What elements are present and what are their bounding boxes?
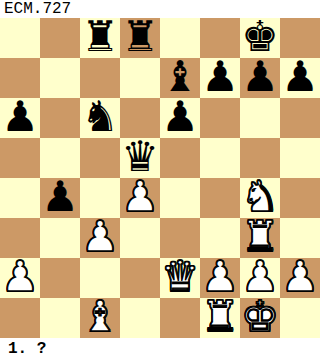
white-pawn[interactable]: ♟ bbox=[81, 217, 119, 257]
square-d7[interactable] bbox=[120, 58, 160, 98]
square-a4[interactable] bbox=[0, 178, 40, 218]
white-rook[interactable]: ♜ bbox=[241, 217, 279, 257]
page-title: ECM.727 bbox=[4, 0, 71, 18]
square-b8[interactable] bbox=[40, 18, 80, 58]
black-pawn[interactable]: ♟ bbox=[1, 97, 39, 137]
square-a6[interactable]: ♟ bbox=[0, 98, 40, 138]
square-d1[interactable] bbox=[120, 298, 160, 338]
square-h5[interactable] bbox=[280, 138, 320, 178]
square-g7[interactable]: ♟ bbox=[240, 58, 280, 98]
white-king[interactable]: ♚ bbox=[241, 297, 279, 337]
white-pawn[interactable]: ♟ bbox=[201, 257, 239, 297]
square-h6[interactable] bbox=[280, 98, 320, 138]
square-d4[interactable]: ♟ bbox=[120, 178, 160, 218]
chess-board: ♜♜♚♝♟♟♟♟♞♟♛♟♟♞♟♜♟♛♟♟♟♝♜♚ bbox=[0, 18, 320, 338]
square-a5[interactable] bbox=[0, 138, 40, 178]
white-pawn[interactable]: ♟ bbox=[121, 177, 159, 217]
square-b4[interactable]: ♟ bbox=[40, 178, 80, 218]
square-b2[interactable] bbox=[40, 258, 80, 298]
black-rook[interactable]: ♜ bbox=[81, 17, 119, 57]
square-c8[interactable]: ♜ bbox=[80, 18, 120, 58]
square-e5[interactable] bbox=[160, 138, 200, 178]
square-c5[interactable] bbox=[80, 138, 120, 178]
square-f5[interactable] bbox=[200, 138, 240, 178]
move-prompt: 1. ? bbox=[8, 340, 46, 360]
square-h7[interactable]: ♟ bbox=[280, 58, 320, 98]
black-knight[interactable]: ♞ bbox=[81, 97, 119, 137]
black-pawn[interactable]: ♟ bbox=[161, 97, 199, 137]
square-a8[interactable] bbox=[0, 18, 40, 58]
square-h2[interactable]: ♟ bbox=[280, 258, 320, 298]
black-pawn[interactable]: ♟ bbox=[201, 57, 239, 97]
chess-diagram-screen: ECM.727 ♜♜♚♝♟♟♟♟♞♟♛♟♟♞♟♜♟♛♟♟♟♝♜♚ 1. ? bbox=[0, 0, 320, 360]
black-pawn[interactable]: ♟ bbox=[241, 57, 279, 97]
white-bishop[interactable]: ♝ bbox=[81, 297, 119, 337]
square-e6[interactable]: ♟ bbox=[160, 98, 200, 138]
white-pawn[interactable]: ♟ bbox=[1, 257, 39, 297]
black-rook[interactable]: ♜ bbox=[121, 17, 159, 57]
square-g6[interactable] bbox=[240, 98, 280, 138]
square-d3[interactable] bbox=[120, 218, 160, 258]
white-pawn[interactable]: ♟ bbox=[241, 257, 279, 297]
square-b1[interactable] bbox=[40, 298, 80, 338]
square-g1[interactable]: ♚ bbox=[240, 298, 280, 338]
square-d8[interactable]: ♜ bbox=[120, 18, 160, 58]
square-e1[interactable] bbox=[160, 298, 200, 338]
white-pawn[interactable]: ♟ bbox=[281, 257, 319, 297]
square-f4[interactable] bbox=[200, 178, 240, 218]
black-pawn[interactable]: ♟ bbox=[281, 57, 319, 97]
square-h1[interactable] bbox=[280, 298, 320, 338]
black-pawn[interactable]: ♟ bbox=[41, 177, 79, 217]
square-c6[interactable]: ♞ bbox=[80, 98, 120, 138]
square-a2[interactable]: ♟ bbox=[0, 258, 40, 298]
square-a1[interactable] bbox=[0, 298, 40, 338]
black-queen[interactable]: ♛ bbox=[121, 137, 159, 177]
black-bishop[interactable]: ♝ bbox=[161, 57, 199, 97]
square-e4[interactable] bbox=[160, 178, 200, 218]
square-b3[interactable] bbox=[40, 218, 80, 258]
square-f7[interactable]: ♟ bbox=[200, 58, 240, 98]
white-rook[interactable]: ♜ bbox=[201, 297, 239, 337]
square-e2[interactable]: ♛ bbox=[160, 258, 200, 298]
square-b6[interactable] bbox=[40, 98, 80, 138]
square-f6[interactable] bbox=[200, 98, 240, 138]
square-f1[interactable]: ♜ bbox=[200, 298, 240, 338]
white-queen[interactable]: ♛ bbox=[161, 257, 199, 297]
square-d2[interactable] bbox=[120, 258, 160, 298]
black-king[interactable]: ♚ bbox=[241, 17, 279, 57]
square-b7[interactable] bbox=[40, 58, 80, 98]
white-knight[interactable]: ♞ bbox=[241, 177, 279, 217]
square-c1[interactable]: ♝ bbox=[80, 298, 120, 338]
square-h4[interactable] bbox=[280, 178, 320, 218]
square-c3[interactable]: ♟ bbox=[80, 218, 120, 258]
